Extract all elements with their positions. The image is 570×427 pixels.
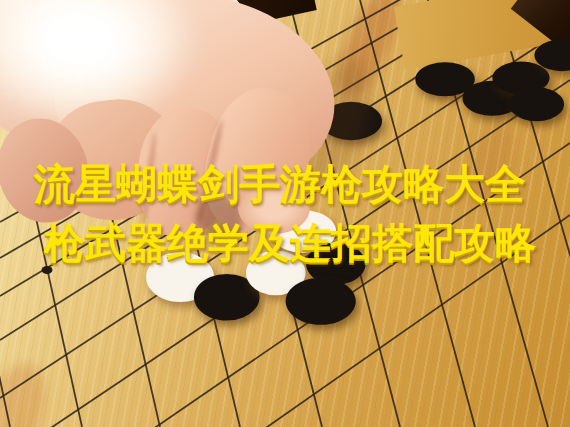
black-stone-glyph: ● xyxy=(488,52,553,95)
overlay-title-line2: 枪武器绝学及连招搭配攻略 xyxy=(44,223,536,264)
black-stone: ● xyxy=(511,84,563,116)
black-stone-glyph: ● xyxy=(458,72,526,118)
black-stone: ● xyxy=(288,274,354,318)
black-stone-glyph: ● xyxy=(189,262,264,323)
black-stone-glyph: ● xyxy=(531,30,570,72)
black-stone: ● xyxy=(464,78,520,111)
black-stone-glyph: ● xyxy=(281,265,361,327)
black-stone: ● xyxy=(196,270,258,314)
black-stone: ● xyxy=(494,58,548,89)
black-stone-glyph: ● xyxy=(411,54,479,98)
go-board-photo: ●●●●●●●●●●●● 流星蝴蝶剑手游枪攻略大全 枪武器绝学及连招搭配攻略 xyxy=(0,0,570,427)
black-stone: ● xyxy=(417,60,473,92)
black-stone: ● xyxy=(536,36,570,66)
black-stone-glyph: ● xyxy=(506,78,569,123)
overlay-title-line1: 流星蝴蝶剑手游枪攻略大全 xyxy=(34,164,526,205)
